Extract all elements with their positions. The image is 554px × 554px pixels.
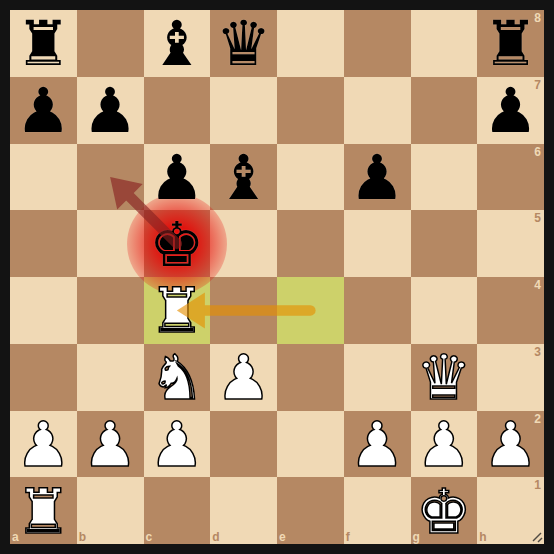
chess-board-frame: 8765432abcdefgh1 ♜♝♛♜♟︎♟︎♟︎♟︎♝♟︎♚♜♞♟︎♛♟︎… <box>0 0 554 554</box>
resize-handle-icon <box>529 529 543 543</box>
piece-black-queen-d8[interactable]: ♛ <box>216 13 272 75</box>
piece-black-king-c5[interactable]: ♚ <box>149 214 205 276</box>
piece-black-pawn-a7[interactable]: ♟︎ <box>16 80 72 142</box>
piece-black-bishop-d6[interactable]: ♝ <box>216 147 272 209</box>
piece-black-pawn-c6[interactable]: ♟︎ <box>149 147 205 209</box>
piece-white-pawn-d3[interactable]: ♟︎ <box>216 347 272 409</box>
piece-white-rook-c4[interactable]: ♜ <box>149 280 205 342</box>
piece-white-rook-a1[interactable]: ♜ <box>16 481 72 543</box>
piece-white-queen-g3[interactable]: ♛ <box>416 347 472 409</box>
piece-black-pawn-f6[interactable]: ♟︎ <box>349 147 405 209</box>
piece-white-pawn-a2[interactable]: ♟︎ <box>16 414 72 476</box>
piece-white-pawn-g2[interactable]: ♟︎ <box>416 414 472 476</box>
piece-black-pawn-h7[interactable]: ♟︎ <box>483 80 539 142</box>
piece-white-king-g1[interactable]: ♚ <box>416 481 472 543</box>
piece-black-rook-h8[interactable]: ♜ <box>483 13 539 75</box>
piece-black-rook-a8[interactable]: ♜ <box>16 13 72 75</box>
piece-white-knight-c3[interactable]: ♞ <box>149 347 205 409</box>
piece-black-bishop-c8[interactable]: ♝ <box>149 13 205 75</box>
piece-white-pawn-b2[interactable]: ♟︎ <box>82 414 138 476</box>
resize-handle[interactable] <box>529 529 543 543</box>
piece-black-pawn-b7[interactable]: ♟︎ <box>82 80 138 142</box>
chess-board: 8765432abcdefgh1 ♜♝♛♜♟︎♟︎♟︎♟︎♝♟︎♚♜♞♟︎♛♟︎… <box>10 10 544 544</box>
piece-white-pawn-f2[interactable]: ♟︎ <box>349 414 405 476</box>
pieces-layer: ♜♝♛♜♟︎♟︎♟︎♟︎♝♟︎♚♜♞♟︎♛♟︎♟︎♟︎♟︎♟︎♟︎♜♚ <box>10 10 544 544</box>
piece-white-pawn-c2[interactable]: ♟︎ <box>149 414 205 476</box>
piece-white-pawn-h2[interactable]: ♟︎ <box>483 414 539 476</box>
